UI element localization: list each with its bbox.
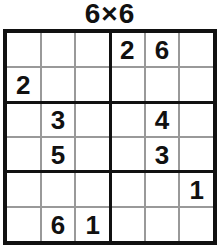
cell-r6c3-given: 1 — [76, 208, 109, 241]
cell-r5c5-empty[interactable] — [146, 173, 179, 206]
cell-r4c5-given: 3 — [146, 138, 179, 171]
cell-r4c2-given: 5 — [42, 138, 75, 171]
cell-r1c1-empty[interactable] — [7, 33, 40, 66]
cell-r6c6-empty[interactable] — [180, 208, 213, 241]
sudoku-board: 2623453161 — [3, 29, 217, 245]
cell-r3c5-given: 4 — [146, 103, 179, 136]
cell-r3c6-empty[interactable] — [180, 103, 213, 136]
puzzle-title: 6×6 — [0, 0, 220, 28]
cell-r3c2-given: 3 — [42, 103, 75, 136]
cell-r2c4-empty[interactable] — [111, 68, 144, 101]
cell-r5c4-empty[interactable] — [111, 173, 144, 206]
cell-r2c6-empty[interactable] — [180, 68, 213, 101]
cell-r1c5-given: 6 — [146, 33, 179, 66]
cell-r6c5-empty[interactable] — [146, 208, 179, 241]
cell-r4c1-empty[interactable] — [7, 138, 40, 171]
cell-r4c6-empty[interactable] — [180, 138, 213, 171]
cell-r5c3-empty[interactable] — [76, 173, 109, 206]
cell-r5c6-given: 1 — [180, 173, 213, 206]
cell-r4c4-empty[interactable] — [111, 138, 144, 171]
cell-r1c6-empty[interactable] — [180, 33, 213, 66]
cell-r3c3-empty[interactable] — [76, 103, 109, 136]
cell-r4c3-empty[interactable] — [76, 138, 109, 171]
cell-r1c3-empty[interactable] — [76, 33, 109, 66]
cell-r2c3-empty[interactable] — [76, 68, 109, 101]
cell-r6c4-empty[interactable] — [111, 208, 144, 241]
cell-r5c2-empty[interactable] — [42, 173, 75, 206]
cell-r6c2-given: 6 — [42, 208, 75, 241]
sudoku-puzzle: 6×6 2623453161 — [0, 0, 220, 247]
cell-r2c5-empty[interactable] — [146, 68, 179, 101]
cell-r3c4-empty[interactable] — [111, 103, 144, 136]
cell-r5c1-empty[interactable] — [7, 173, 40, 206]
cell-r2c1-given: 2 — [7, 68, 40, 101]
cell-r3c1-empty[interactable] — [7, 103, 40, 136]
cell-r1c4-given: 2 — [111, 33, 144, 66]
cell-r2c2-empty[interactable] — [42, 68, 75, 101]
cell-r6c1-empty[interactable] — [7, 208, 40, 241]
cell-grid: 2623453161 — [7, 33, 213, 241]
cell-r1c2-empty[interactable] — [42, 33, 75, 66]
